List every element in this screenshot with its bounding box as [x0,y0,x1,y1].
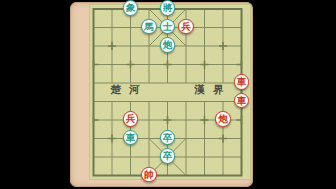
intersection-8-3[interactable] [232,54,251,73]
intersection-2-1[interactable] [121,17,140,36]
intersection-6-5[interactable] [195,91,214,110]
intersection-1-6[interactable] [103,110,122,129]
intersection-2-7[interactable]: 車 [121,128,140,147]
intersection-0-1[interactable] [84,17,103,36]
intersection-0-6[interactable] [84,110,103,129]
intersection-3-1[interactable]: 馬 [140,17,159,36]
intersection-4-9[interactable] [158,165,177,184]
intersection-6-6[interactable] [195,110,214,129]
intersection-5-3[interactable] [177,54,196,73]
piece-black-elephant[interactable]: 象 [123,0,139,16]
intersection-6-1[interactable] [195,17,214,36]
intersection-6-3[interactable] [195,54,214,73]
intersection-8-1[interactable] [232,17,251,36]
intersection-6-0[interactable] [195,0,214,17]
intersection-7-2[interactable] [214,36,233,55]
intersection-3-4[interactable] [140,73,159,92]
intersection-3-7[interactable] [140,128,159,147]
intersection-2-0[interactable]: 象 [121,0,140,17]
piece-red-chariot[interactable]: 車 [234,74,250,90]
intersection-0-0[interactable] [84,0,103,17]
intersection-4-3[interactable] [158,54,177,73]
intersection-1-3[interactable] [103,54,122,73]
intersection-7-1[interactable] [214,17,233,36]
intersection-3-8[interactable] [140,147,159,166]
intersection-4-6[interactable] [158,110,177,129]
intersection-8-6[interactable] [232,110,251,129]
intersection-4-7[interactable]: 卒 [158,128,177,147]
intersection-1-8[interactable] [103,147,122,166]
intersection-8-5[interactable]: 車 [232,91,251,110]
intersection-4-2[interactable]: 炮 [158,36,177,55]
intersection-5-2[interactable] [177,36,196,55]
intersection-4-4[interactable] [158,73,177,92]
piece-red-cannon[interactable]: 炮 [215,111,231,127]
intersection-7-5[interactable] [214,91,233,110]
intersection-1-1[interactable] [103,17,122,36]
board-frame: 楚河 漢界 象將馬士兵炮車車兵炮車卒卒帥 [70,2,253,187]
intersection-1-0[interactable] [103,0,122,17]
intersection-0-5[interactable] [84,91,103,110]
piece-red-soldier[interactable]: 兵 [123,111,139,127]
intersection-3-0[interactable] [140,0,159,17]
intersection-2-4[interactable] [121,73,140,92]
intersection-5-1[interactable]: 兵 [177,17,196,36]
intersection-6-8[interactable] [195,147,214,166]
piece-red-soldier[interactable]: 兵 [178,19,194,35]
intersection-0-2[interactable] [84,36,103,55]
intersection-6-9[interactable] [195,165,214,184]
letterbox-background: 楚河 漢界 象將馬士兵炮車車兵炮車卒卒帥 [0,0,336,189]
intersection-1-4[interactable] [103,73,122,92]
intersection-2-3[interactable] [121,54,140,73]
intersection-3-9[interactable]: 帥 [140,165,159,184]
xiangqi-board: 楚河 漢界 象將馬士兵炮車車兵炮車卒卒帥 [90,5,250,179]
piece-black-general[interactable]: 將 [160,0,176,16]
piece-black-horse[interactable]: 馬 [141,19,157,35]
piece-black-cannon[interactable]: 炮 [160,37,176,53]
intersection-7-6[interactable]: 炮 [214,110,233,129]
intersection-6-2[interactable] [195,36,214,55]
intersection-7-0[interactable] [214,0,233,17]
intersection-2-9[interactable] [121,165,140,184]
intersection-7-7[interactable] [214,128,233,147]
intersection-7-9[interactable] [214,165,233,184]
intersection-7-3[interactable] [214,54,233,73]
intersection-4-0[interactable]: 將 [158,0,177,17]
intersection-1-9[interactable] [103,165,122,184]
piece-red-general[interactable]: 帥 [141,167,157,183]
intersection-8-4[interactable]: 車 [232,73,251,92]
intersection-3-3[interactable] [140,54,159,73]
intersection-0-8[interactable] [84,147,103,166]
piece-black-chariot[interactable]: 車 [123,130,139,146]
intersection-5-9[interactable] [177,165,196,184]
intersection-5-5[interactable] [177,91,196,110]
intersection-3-5[interactable] [140,91,159,110]
pieces-grid: 象將馬士兵炮車車兵炮車卒卒帥 [84,0,251,184]
intersection-2-8[interactable] [121,147,140,166]
intersection-1-5[interactable] [103,91,122,110]
intersection-8-9[interactable] [232,165,251,184]
intersection-4-1[interactable]: 士 [158,17,177,36]
intersection-0-4[interactable] [84,73,103,92]
piece-black-soldier[interactable]: 卒 [160,148,176,164]
intersection-7-4[interactable] [214,73,233,92]
intersection-5-6[interactable] [177,110,196,129]
intersection-5-7[interactable] [177,128,196,147]
piece-black-soldier[interactable]: 卒 [160,130,176,146]
intersection-8-2[interactable] [232,36,251,55]
intersection-5-8[interactable] [177,147,196,166]
intersection-2-5[interactable] [121,91,140,110]
intersection-3-2[interactable] [140,36,159,55]
intersection-0-9[interactable] [84,165,103,184]
intersection-2-2[interactable] [121,36,140,55]
piece-black-advisor[interactable]: 士 [160,19,176,35]
intersection-7-8[interactable] [214,147,233,166]
piece-red-chariot[interactable]: 車 [234,93,250,109]
intersection-6-4[interactable] [195,73,214,92]
intersection-5-0[interactable] [177,0,196,17]
intersection-3-6[interactable] [140,110,159,129]
intersection-0-3[interactable] [84,54,103,73]
intersection-8-7[interactable] [232,128,251,147]
intersection-8-0[interactable] [232,0,251,17]
intersection-1-2[interactable] [103,36,122,55]
intersection-6-7[interactable] [195,128,214,147]
intersection-4-5[interactable] [158,91,177,110]
intersection-2-6[interactable]: 兵 [121,110,140,129]
intersection-5-4[interactable] [177,73,196,92]
intersection-8-8[interactable] [232,147,251,166]
intersection-0-7[interactable] [84,128,103,147]
intersection-1-7[interactable] [103,128,122,147]
intersection-4-8[interactable]: 卒 [158,147,177,166]
